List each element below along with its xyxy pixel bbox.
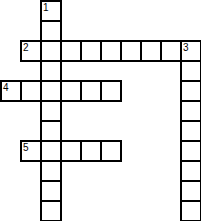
crossword-cell[interactable]: 5 [20, 140, 42, 162]
crossword-cell[interactable] [80, 140, 102, 162]
crossword-cell[interactable] [180, 80, 201, 102]
crossword-cell[interactable] [100, 80, 122, 102]
crossword-cell[interactable] [40, 40, 62, 62]
crossword-cell[interactable] [40, 180, 62, 202]
crossword-cell[interactable] [180, 120, 201, 142]
clue-number: 3 [183, 42, 189, 53]
crossword-cell[interactable] [60, 140, 82, 162]
clue-number: 4 [3, 82, 9, 93]
crossword-grid: 12345 [0, 0, 201, 221]
crossword-cell[interactable] [40, 200, 62, 221]
crossword-cell[interactable] [120, 40, 142, 62]
clue-number: 2 [23, 42, 29, 53]
crossword-cell[interactable] [100, 40, 122, 62]
crossword-cell[interactable] [40, 160, 62, 182]
crossword-cell[interactable] [60, 40, 82, 62]
crossword-cell[interactable] [40, 140, 62, 162]
clue-number: 5 [23, 142, 29, 153]
crossword-cell[interactable] [60, 80, 82, 102]
crossword-cell[interactable] [180, 60, 201, 82]
crossword-cell[interactable] [140, 40, 162, 62]
crossword-cell[interactable] [40, 60, 62, 82]
crossword-cell[interactable] [80, 40, 102, 62]
crossword-cell[interactable]: 3 [180, 40, 201, 62]
crossword-cell[interactable] [180, 100, 201, 122]
crossword-cell[interactable] [180, 200, 201, 221]
crossword-cell[interactable] [80, 80, 102, 102]
crossword-cell[interactable] [40, 120, 62, 142]
crossword-cell[interactable] [100, 140, 122, 162]
crossword-cell[interactable] [20, 80, 42, 102]
crossword-cell[interactable]: 4 [0, 80, 22, 102]
crossword-cell[interactable] [180, 160, 201, 182]
crossword-cell[interactable] [40, 80, 62, 102]
crossword-cell[interactable]: 1 [40, 0, 62, 22]
crossword-cell[interactable] [40, 20, 62, 42]
crossword-cell[interactable] [180, 140, 201, 162]
clue-number: 1 [43, 2, 49, 13]
crossword-cell[interactable] [180, 180, 201, 202]
crossword-cell[interactable] [160, 40, 182, 62]
crossword-cell[interactable]: 2 [20, 40, 42, 62]
crossword-cell[interactable] [40, 100, 62, 122]
